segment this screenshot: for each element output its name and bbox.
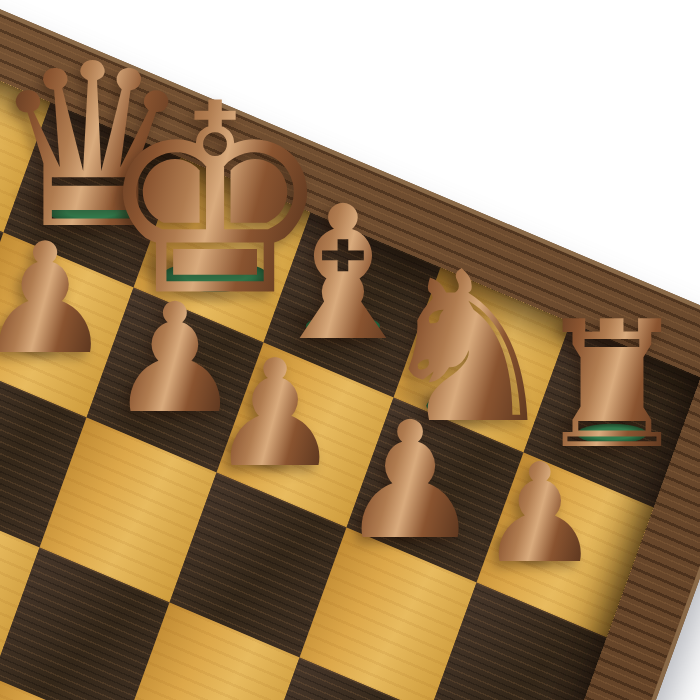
- chess-photo-scene: ♛♚♝♟♟♞♜♟♟♟: [0, 0, 700, 700]
- black-pawn-icon[interactable]: ♟: [209, 340, 342, 488]
- black-pawn-icon[interactable]: ♟: [0, 223, 114, 376]
- black-pawn-icon[interactable]: ♟: [479, 445, 602, 582]
- black-pawn-icon[interactable]: ♟: [337, 400, 482, 562]
- pieces-layer: ♛♚♝♟♟♞♜♟♟♟: [0, 0, 700, 700]
